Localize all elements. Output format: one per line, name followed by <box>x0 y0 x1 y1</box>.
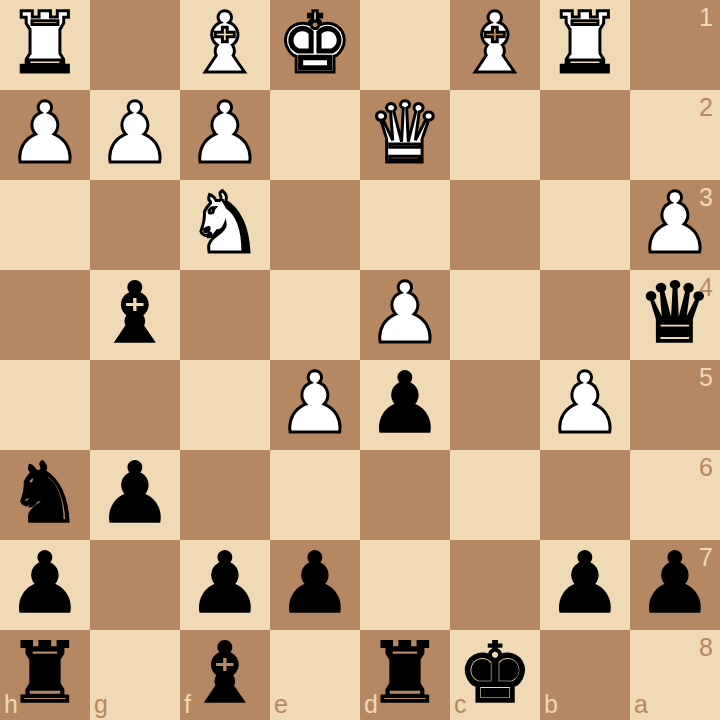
square-a4[interactable]: ♛4 <box>630 270 720 360</box>
file-label-g: g <box>94 692 108 717</box>
square-g8[interactable]: g <box>90 630 180 720</box>
white-rook-piece[interactable]: ♜ <box>7 0 82 88</box>
square-c7[interactable] <box>450 540 540 630</box>
white-bishop-piece[interactable]: ♝ <box>457 0 532 88</box>
square-a6[interactable]: 6 <box>630 450 720 540</box>
square-h7[interactable]: ♟ <box>0 540 90 630</box>
rank-label-6: 6 <box>699 455 713 480</box>
black-pawn-piece[interactable]: ♟ <box>97 450 172 538</box>
square-h1[interactable]: ♜ <box>0 0 90 90</box>
black-knight-piece[interactable]: ♞ <box>7 450 82 538</box>
square-f4[interactable] <box>180 270 270 360</box>
square-d7[interactable] <box>360 540 450 630</box>
white-pawn-piece[interactable]: ♟ <box>97 90 172 178</box>
square-c5[interactable] <box>450 360 540 450</box>
square-e6[interactable] <box>270 450 360 540</box>
square-h8[interactable]: ♜h <box>0 630 90 720</box>
black-pawn-piece[interactable]: ♟ <box>367 360 442 448</box>
square-f5[interactable] <box>180 360 270 450</box>
square-e5[interactable]: ♟ <box>270 360 360 450</box>
white-king-piece[interactable]: ♚ <box>277 0 352 88</box>
white-pawn-piece[interactable]: ♟ <box>547 360 622 448</box>
square-a2[interactable]: 2 <box>630 90 720 180</box>
file-label-e: e <box>274 692 288 717</box>
white-pawn-piece[interactable]: ♟ <box>367 270 442 358</box>
square-g5[interactable] <box>90 360 180 450</box>
square-b7[interactable]: ♟ <box>540 540 630 630</box>
black-pawn-piece[interactable]: ♟ <box>7 540 82 628</box>
black-queen-piece[interactable]: ♛ <box>637 270 712 358</box>
black-pawn-piece[interactable]: ♟ <box>547 540 622 628</box>
square-c1[interactable]: ♝ <box>450 0 540 90</box>
white-pawn-piece[interactable]: ♟ <box>277 360 352 448</box>
square-h6[interactable]: ♞ <box>0 450 90 540</box>
white-bishop-piece[interactable]: ♝ <box>187 0 262 88</box>
square-d8[interactable]: ♜d <box>360 630 450 720</box>
square-g3[interactable] <box>90 180 180 270</box>
square-c4[interactable] <box>450 270 540 360</box>
black-rook-piece[interactable]: ♜ <box>367 630 442 718</box>
white-pawn-piece[interactable]: ♟ <box>7 90 82 178</box>
black-pawn-piece[interactable]: ♟ <box>637 540 712 628</box>
square-e3[interactable] <box>270 180 360 270</box>
rank-label-5: 5 <box>699 365 713 390</box>
square-d6[interactable] <box>360 450 450 540</box>
rank-label-1: 1 <box>699 5 713 30</box>
white-rook-piece[interactable]: ♜ <box>547 0 622 88</box>
square-a3[interactable]: ♟3 <box>630 180 720 270</box>
square-c2[interactable] <box>450 90 540 180</box>
black-pawn-piece[interactable]: ♟ <box>187 540 262 628</box>
square-a1[interactable]: 1 <box>630 0 720 90</box>
square-e4[interactable] <box>270 270 360 360</box>
square-a8[interactable]: 8a <box>630 630 720 720</box>
square-b6[interactable] <box>540 450 630 540</box>
square-g6[interactable]: ♟ <box>90 450 180 540</box>
square-c3[interactable] <box>450 180 540 270</box>
square-f2[interactable]: ♟ <box>180 90 270 180</box>
square-b5[interactable]: ♟ <box>540 360 630 450</box>
square-e8[interactable]: e <box>270 630 360 720</box>
rank-label-2: 2 <box>699 95 713 120</box>
file-label-a: a <box>634 692 648 717</box>
square-d5[interactable]: ♟ <box>360 360 450 450</box>
square-h5[interactable] <box>0 360 90 450</box>
square-b1[interactable]: ♜ <box>540 0 630 90</box>
square-d3[interactable] <box>360 180 450 270</box>
square-h4[interactable] <box>0 270 90 360</box>
black-rook-piece[interactable]: ♜ <box>7 630 82 718</box>
black-king-piece[interactable]: ♚ <box>457 630 532 718</box>
square-b8[interactable]: b <box>540 630 630 720</box>
square-d2[interactable]: ♛ <box>360 90 450 180</box>
square-b3[interactable] <box>540 180 630 270</box>
square-b4[interactable] <box>540 270 630 360</box>
square-f6[interactable] <box>180 450 270 540</box>
square-g7[interactable] <box>90 540 180 630</box>
square-e1[interactable]: ♚ <box>270 0 360 90</box>
square-g2[interactable]: ♟ <box>90 90 180 180</box>
file-label-b: b <box>544 692 558 717</box>
square-e7[interactable]: ♟ <box>270 540 360 630</box>
white-knight-piece[interactable]: ♞ <box>187 180 262 268</box>
white-pawn-piece[interactable]: ♟ <box>187 90 262 178</box>
square-f3[interactable]: ♞ <box>180 180 270 270</box>
rank-label-8: 8 <box>699 635 713 660</box>
square-g1[interactable] <box>90 0 180 90</box>
square-f1[interactable]: ♝ <box>180 0 270 90</box>
square-g4[interactable]: ♝ <box>90 270 180 360</box>
chess-board: ♜♝♚♝♜1♟♟♟♛2♞♟3♝♟♛4♟♟♟5♞♟6♟♟♟♟♟7♜hg♝fe♜d♚… <box>0 0 720 720</box>
square-f7[interactable]: ♟ <box>180 540 270 630</box>
square-h2[interactable]: ♟ <box>0 90 90 180</box>
black-bishop-piece[interactable]: ♝ <box>97 270 172 358</box>
square-b2[interactable] <box>540 90 630 180</box>
square-a5[interactable]: 5 <box>630 360 720 450</box>
square-d4[interactable]: ♟ <box>360 270 450 360</box>
square-f8[interactable]: ♝f <box>180 630 270 720</box>
black-bishop-piece[interactable]: ♝ <box>187 630 262 718</box>
square-c8[interactable]: ♚c <box>450 630 540 720</box>
square-d1[interactable] <box>360 0 450 90</box>
black-pawn-piece[interactable]: ♟ <box>277 540 352 628</box>
square-e2[interactable] <box>270 90 360 180</box>
square-h3[interactable] <box>0 180 90 270</box>
square-a7[interactable]: ♟7 <box>630 540 720 630</box>
square-c6[interactable] <box>450 450 540 540</box>
white-pawn-piece[interactable]: ♟ <box>637 180 712 268</box>
white-queen-piece[interactable]: ♛ <box>367 90 442 178</box>
